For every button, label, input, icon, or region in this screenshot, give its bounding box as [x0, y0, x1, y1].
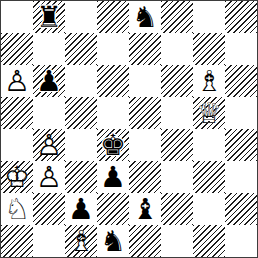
- square-c8[interactable]: [65, 1, 97, 33]
- square-g5[interactable]: ♛♕: [193, 97, 225, 129]
- square-h8[interactable]: [225, 1, 257, 33]
- square-a1[interactable]: [1, 225, 33, 257]
- piece-outline: ♙: [33, 161, 65, 193]
- black-bishop-piece[interactable]: ♝: [129, 193, 161, 225]
- piece-glyph: ♞: [129, 1, 161, 33]
- square-b8[interactable]: ♜: [33, 1, 65, 33]
- square-b2[interactable]: [33, 193, 65, 225]
- square-a6[interactable]: ♟♙: [1, 65, 33, 97]
- square-b7[interactable]: [33, 33, 65, 65]
- square-f4[interactable]: [161, 129, 193, 161]
- square-f8[interactable]: [161, 1, 193, 33]
- square-g3[interactable]: [193, 161, 225, 193]
- square-e2[interactable]: ♝: [129, 193, 161, 225]
- square-b1[interactable]: [33, 225, 65, 257]
- black-king-piece[interactable]: ♚: [97, 129, 129, 161]
- square-g1[interactable]: [193, 225, 225, 257]
- square-c1[interactable]: ♝♗: [65, 225, 97, 257]
- square-e6[interactable]: [129, 65, 161, 97]
- square-d7[interactable]: [97, 33, 129, 65]
- square-g8[interactable]: [193, 1, 225, 33]
- piece-outline: ♕: [193, 97, 225, 129]
- square-f6[interactable]: [161, 65, 193, 97]
- square-a8[interactable]: [1, 1, 33, 33]
- square-a4[interactable]: [1, 129, 33, 161]
- black-pawn-piece[interactable]: ♟: [97, 161, 129, 193]
- chess-board-frame: ♜♞♟♙♟♝♗♛♕♟♙♚♚♔♟♙♟♞♘♟♝♝♗♞: [0, 0, 258, 258]
- square-e4[interactable]: [129, 129, 161, 161]
- square-c6[interactable]: [65, 65, 97, 97]
- white-bishop-piece[interactable]: ♝♗: [193, 65, 225, 97]
- square-c7[interactable]: [65, 33, 97, 65]
- square-d2[interactable]: [97, 193, 129, 225]
- square-b4[interactable]: ♟♙: [33, 129, 65, 161]
- square-h1[interactable]: [225, 225, 257, 257]
- square-e1[interactable]: [129, 225, 161, 257]
- square-d5[interactable]: [97, 97, 129, 129]
- square-f3[interactable]: [161, 161, 193, 193]
- square-d8[interactable]: [97, 1, 129, 33]
- piece-glyph: ♟: [65, 193, 97, 225]
- square-b5[interactable]: [33, 97, 65, 129]
- chess-board: ♜♞♟♙♟♝♗♛♕♟♙♚♚♔♟♙♟♞♘♟♝♝♗♞: [1, 1, 257, 257]
- white-knight-piece[interactable]: ♞♘: [1, 193, 33, 225]
- piece-outline: ♙: [33, 129, 65, 161]
- piece-glyph: ♚: [97, 129, 129, 161]
- black-knight-piece[interactable]: ♞: [97, 225, 129, 257]
- piece-outline: ♙: [1, 65, 33, 97]
- piece-glyph: ♟: [33, 65, 65, 97]
- square-g4[interactable]: [193, 129, 225, 161]
- square-d3[interactable]: ♟: [97, 161, 129, 193]
- square-e5[interactable]: [129, 97, 161, 129]
- square-e3[interactable]: [129, 161, 161, 193]
- black-pawn-piece[interactable]: ♟: [33, 65, 65, 97]
- square-c3[interactable]: [65, 161, 97, 193]
- piece-outline: ♗: [193, 65, 225, 97]
- piece-outline: ♘: [1, 193, 33, 225]
- white-pawn-piece[interactable]: ♟♙: [33, 161, 65, 193]
- square-a7[interactable]: [1, 33, 33, 65]
- square-c2[interactable]: ♟: [65, 193, 97, 225]
- square-d1[interactable]: ♞: [97, 225, 129, 257]
- piece-outline: ♗: [65, 225, 97, 257]
- square-a5[interactable]: [1, 97, 33, 129]
- white-queen-piece[interactable]: ♛♕: [193, 97, 225, 129]
- square-f7[interactable]: [161, 33, 193, 65]
- piece-outline: ♔: [1, 161, 33, 193]
- square-g7[interactable]: [193, 33, 225, 65]
- square-g2[interactable]: [193, 193, 225, 225]
- piece-glyph: ♜: [33, 1, 65, 33]
- square-h7[interactable]: [225, 33, 257, 65]
- black-rook-piece[interactable]: ♜: [33, 1, 65, 33]
- square-e7[interactable]: [129, 33, 161, 65]
- square-f2[interactable]: [161, 193, 193, 225]
- white-king-piece[interactable]: ♚♔: [1, 161, 33, 193]
- black-pawn-piece[interactable]: ♟: [65, 193, 97, 225]
- white-pawn-piece[interactable]: ♟♙: [33, 129, 65, 161]
- square-h3[interactable]: [225, 161, 257, 193]
- square-f1[interactable]: [161, 225, 193, 257]
- piece-glyph: ♝: [129, 193, 161, 225]
- square-h4[interactable]: [225, 129, 257, 161]
- square-a3[interactable]: ♚♔: [1, 161, 33, 193]
- square-a2[interactable]: ♞♘: [1, 193, 33, 225]
- piece-glyph: ♟: [97, 161, 129, 193]
- square-e8[interactable]: ♞: [129, 1, 161, 33]
- square-b6[interactable]: ♟: [33, 65, 65, 97]
- square-c5[interactable]: [65, 97, 97, 129]
- white-bishop-piece[interactable]: ♝♗: [65, 225, 97, 257]
- square-h6[interactable]: [225, 65, 257, 97]
- square-c4[interactable]: [65, 129, 97, 161]
- square-h2[interactable]: [225, 193, 257, 225]
- square-d6[interactable]: [97, 65, 129, 97]
- square-b3[interactable]: ♟♙: [33, 161, 65, 193]
- square-f5[interactable]: [161, 97, 193, 129]
- square-d4[interactable]: ♚: [97, 129, 129, 161]
- black-knight-piece[interactable]: ♞: [129, 1, 161, 33]
- piece-glyph: ♞: [97, 225, 129, 257]
- square-h5[interactable]: [225, 97, 257, 129]
- white-pawn-piece[interactable]: ♟♙: [1, 65, 33, 97]
- square-g6[interactable]: ♝♗: [193, 65, 225, 97]
